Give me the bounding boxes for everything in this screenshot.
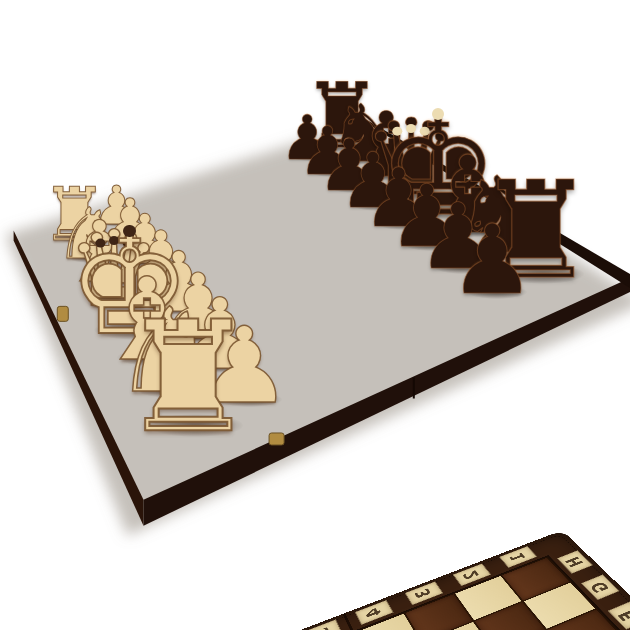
chess-set-photo: 88AA77BB66CC55DD44EE33FF22GG11HH ♜♞♝♚♛♝♞…	[0, 0, 630, 630]
pawn-icon: ♟	[449, 213, 535, 309]
pieces-layer: ♜♞♝♚♛♝♞♜♟♟♟♟♟♟♟♟♜♞♝♚♛♝♞♜♟♟♟♟♟♟♟♟	[0, 0, 630, 630]
king-finial	[123, 225, 135, 237]
rook-icon: ♜	[119, 300, 256, 453]
